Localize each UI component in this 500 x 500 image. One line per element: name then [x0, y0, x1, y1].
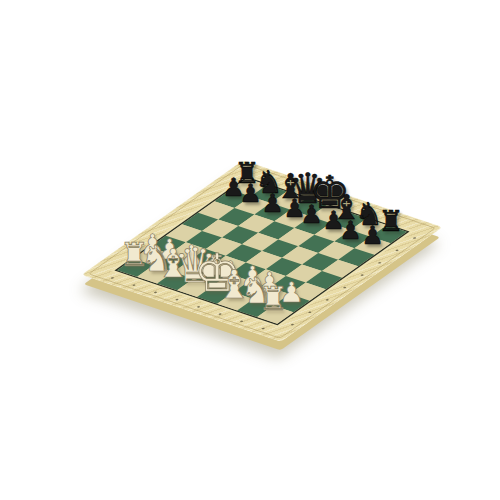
piece-white-rook-h1[interactable]: ♜ — [259, 283, 288, 316]
piece-black-pawn-g7[interactable]: ♟ — [339, 217, 362, 242]
piece-black-pawn-e7[interactable]: ♟ — [300, 202, 323, 227]
piece-black-pawn-h7[interactable]: ♟ — [361, 223, 384, 248]
piece-black-pawn-b7[interactable]: ♟ — [239, 181, 262, 206]
photo-canvas: ♜♞♝♛♚♝♞♜♟♟♟♟♟♟♟♟♟♟♟♟♟♟♟♟♜♞♝♛♚♝♞♜ Wooden … — [0, 0, 500, 500]
piece-black-pawn-c7[interactable]: ♟ — [261, 191, 284, 216]
pieces-layer: ♜♞♝♛♚♝♞♜♟♟♟♟♟♟♟♟♟♟♟♟♟♟♟♟♜♞♝♛♚♝♞♜ — [0, 0, 500, 500]
